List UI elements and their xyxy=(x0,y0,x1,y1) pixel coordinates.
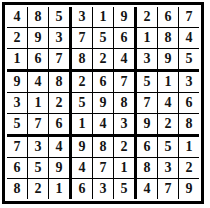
cell-r9c6: 5 xyxy=(114,179,137,199)
cell-r8c5: 7 xyxy=(93,158,114,179)
cell-r1c5: 1 xyxy=(93,7,114,28)
cell-r5c2: 1 xyxy=(28,93,49,114)
cell-r8c7: 8 xyxy=(137,158,158,179)
cell-r2c7: 1 xyxy=(137,28,158,49)
cell-r4c8: 1 xyxy=(158,72,179,93)
cell-r4c2: 4 xyxy=(28,72,49,93)
cell-r4c3: 8 xyxy=(49,72,72,93)
cell-r2c8: 8 xyxy=(158,28,179,49)
cell-r5c4: 5 xyxy=(72,93,93,114)
cell-r9c1: 8 xyxy=(7,179,28,199)
cell-r8c8: 3 xyxy=(158,158,179,179)
cell-r2c3: 3 xyxy=(49,28,72,49)
cell-r1c7: 2 xyxy=(137,7,158,28)
cell-r6c8: 2 xyxy=(158,114,179,137)
cell-r4c6: 7 xyxy=(114,72,137,93)
cell-r2c4: 7 xyxy=(72,28,93,49)
cell-r3c4: 8 xyxy=(72,49,93,72)
cell-r7c3: 4 xyxy=(49,137,72,158)
cell-r7c7: 6 xyxy=(137,137,158,158)
cell-r9c8: 7 xyxy=(158,179,179,199)
cell-r4c7: 5 xyxy=(137,72,158,93)
cell-r5c7: 7 xyxy=(137,93,158,114)
cell-r1c6: 9 xyxy=(114,7,137,28)
cell-r4c5: 6 xyxy=(93,72,114,93)
cell-r5c5: 9 xyxy=(93,93,114,114)
cell-r6c9: 8 xyxy=(179,114,199,137)
sudoku-page: 4853192672937561841678243959482675133125… xyxy=(0,0,210,208)
cell-r5c3: 2 xyxy=(49,93,72,114)
cell-r1c4: 3 xyxy=(72,7,93,28)
cell-r5c8: 4 xyxy=(158,93,179,114)
cell-r9c3: 1 xyxy=(49,179,72,199)
cell-r6c3: 6 xyxy=(49,114,72,137)
cell-r6c6: 3 xyxy=(114,114,137,137)
cell-r8c2: 5 xyxy=(28,158,49,179)
cell-r9c7: 4 xyxy=(137,179,158,199)
cell-r7c9: 1 xyxy=(179,137,199,158)
cell-r4c4: 2 xyxy=(72,72,93,93)
cell-r7c5: 8 xyxy=(93,137,114,158)
cell-r7c1: 7 xyxy=(7,137,28,158)
cell-r6c2: 7 xyxy=(28,114,49,137)
cell-r1c1: 4 xyxy=(7,7,28,28)
cell-r6c7: 9 xyxy=(137,114,158,137)
cell-r3c7: 3 xyxy=(137,49,158,72)
cell-r8c9: 2 xyxy=(179,158,199,179)
cell-r5c6: 8 xyxy=(114,93,137,114)
cell-r9c4: 6 xyxy=(72,179,93,199)
cell-r4c1: 9 xyxy=(7,72,28,93)
cell-r5c1: 3 xyxy=(7,93,28,114)
cell-r8c3: 9 xyxy=(49,158,72,179)
cell-r1c9: 7 xyxy=(179,7,199,28)
sudoku-board: 4853192672937561841678243959482675133125… xyxy=(2,2,204,204)
cell-r9c9: 9 xyxy=(179,179,199,199)
cell-r2c5: 5 xyxy=(93,28,114,49)
cell-r7c2: 3 xyxy=(28,137,49,158)
cell-r3c2: 6 xyxy=(28,49,49,72)
cell-r3c6: 4 xyxy=(114,49,137,72)
cell-r5c9: 6 xyxy=(179,93,199,114)
cell-r1c8: 6 xyxy=(158,7,179,28)
cell-r1c2: 8 xyxy=(28,7,49,28)
cell-r3c5: 2 xyxy=(93,49,114,72)
cell-r2c1: 2 xyxy=(7,28,28,49)
cell-r3c1: 1 xyxy=(7,49,28,72)
cell-r7c6: 2 xyxy=(114,137,137,158)
sudoku-grid: 4853192672937561841678243959482675133125… xyxy=(7,7,199,199)
cell-r2c6: 6 xyxy=(114,28,137,49)
cell-r6c1: 5 xyxy=(7,114,28,137)
cell-r8c6: 1 xyxy=(114,158,137,179)
cell-r3c3: 7 xyxy=(49,49,72,72)
cell-r7c8: 5 xyxy=(158,137,179,158)
cell-r2c9: 4 xyxy=(179,28,199,49)
cell-r9c5: 3 xyxy=(93,179,114,199)
cell-r8c4: 4 xyxy=(72,158,93,179)
cell-r2c2: 9 xyxy=(28,28,49,49)
cell-r3c8: 9 xyxy=(158,49,179,72)
cell-r6c4: 1 xyxy=(72,114,93,137)
cell-r4c9: 3 xyxy=(179,72,199,93)
cell-r1c3: 5 xyxy=(49,7,72,28)
cell-r8c1: 6 xyxy=(7,158,28,179)
cell-r3c9: 5 xyxy=(179,49,199,72)
cell-r7c4: 9 xyxy=(72,137,93,158)
cell-r9c2: 2 xyxy=(28,179,49,199)
cell-r6c5: 4 xyxy=(93,114,114,137)
